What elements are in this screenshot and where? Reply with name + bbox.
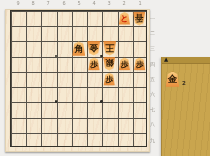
rank-label-6: 六 (150, 90, 160, 98)
rank-label-5: 五 (150, 75, 160, 83)
board-cell-8-7[interactable] (26, 102, 41, 117)
board-cell-3-1[interactable] (102, 10, 117, 25)
board-cell-4-7[interactable] (87, 102, 102, 117)
board-cell-1-3[interactable] (132, 41, 147, 56)
board-cell-7-2[interactable] (41, 26, 56, 41)
board-cell-3-8[interactable] (102, 117, 117, 132)
board-cell-7-7[interactable] (41, 102, 56, 117)
board-cell-2-7[interactable] (117, 102, 132, 117)
board-cell-1-5[interactable] (132, 71, 147, 86)
board-cell-5-5[interactable] (71, 71, 86, 86)
board-cells (10, 10, 147, 147)
board-cell-2-8[interactable] (117, 117, 132, 132)
board-cell-3-7[interactable] (102, 102, 117, 117)
board-cell-4-1[interactable] (87, 10, 102, 25)
board-cell-9-8[interactable] (10, 117, 25, 132)
sente-marker: ▲ (164, 57, 168, 63)
file-label-1: 1 (132, 0, 147, 8)
rank-label-2: 二 (150, 29, 160, 37)
file-label-7: 7 (41, 0, 56, 8)
board-cell-6-8[interactable] (56, 117, 71, 132)
board-cell-8-3[interactable] (26, 41, 41, 56)
board-cell-3-9[interactable] (102, 132, 117, 147)
board-cell-7-3[interactable] (41, 41, 56, 56)
shogi-diagram: 987654321 一二三四五六七八九 と香角金王歩銀歩歩歩 ▲ 金2 (0, 0, 210, 156)
board-cell-8-1[interactable] (26, 10, 41, 25)
board-cell-6-2[interactable] (56, 26, 71, 41)
board-cell-9-6[interactable] (10, 87, 25, 102)
board-cell-1-7[interactable] (132, 102, 147, 117)
board-cell-8-2[interactable] (26, 26, 41, 41)
board-cell-4-9[interactable] (87, 132, 102, 147)
rank-label-4: 四 (150, 60, 160, 68)
board-cell-5-6[interactable] (71, 87, 86, 102)
board-cell-9-3[interactable] (10, 41, 25, 56)
board-cell-3-2[interactable] (102, 26, 117, 41)
board-cell-8-5[interactable] (26, 71, 41, 86)
board-cell-5-2[interactable] (71, 26, 86, 41)
rank-label-3: 三 (150, 44, 160, 52)
board-cell-5-4[interactable] (71, 56, 86, 71)
board-cell-6-4[interactable] (56, 56, 71, 71)
board-cell-2-3[interactable] (117, 41, 132, 56)
board-cell-1-2[interactable] (132, 26, 147, 41)
rank-label-7: 七 (150, 105, 160, 113)
board-cell-9-9[interactable] (10, 132, 25, 147)
board-cell-9-7[interactable] (10, 102, 25, 117)
hand-piece-count: 2 (182, 80, 186, 86)
board-cell-9-1[interactable] (10, 10, 25, 25)
board-cell-4-8[interactable] (87, 117, 102, 132)
board-cell-6-5[interactable] (56, 71, 71, 86)
board-cell-5-1[interactable] (71, 10, 86, 25)
board-cell-5-8[interactable] (71, 117, 86, 132)
board-cell-8-8[interactable] (26, 117, 41, 132)
star-point (100, 100, 103, 103)
board-cell-6-9[interactable] (56, 132, 71, 147)
board-cell-7-8[interactable] (41, 117, 56, 132)
file-label-8: 8 (26, 0, 41, 8)
file-label-5: 5 (71, 0, 86, 8)
board-cell-1-6[interactable] (132, 87, 147, 102)
board-cell-6-6[interactable] (56, 87, 71, 102)
board-cell-9-5[interactable] (10, 71, 25, 86)
board-cell-2-2[interactable] (117, 26, 132, 41)
file-label-3: 3 (102, 0, 117, 8)
board-cell-6-7[interactable] (56, 102, 71, 117)
board-cell-7-6[interactable] (41, 87, 56, 102)
rank-label-8: 八 (150, 120, 160, 128)
board-cell-9-4[interactable] (10, 56, 25, 71)
board-cell-8-6[interactable] (26, 87, 41, 102)
file-label-4: 4 (87, 0, 102, 8)
board-cell-7-9[interactable] (41, 132, 56, 147)
rank-label-1: 一 (150, 14, 160, 22)
board-cell-6-1[interactable] (56, 10, 71, 25)
file-label-9: 9 (10, 0, 25, 8)
board-cell-7-5[interactable] (41, 71, 56, 86)
board-cell-2-9[interactable] (117, 132, 132, 147)
board-cell-1-8[interactable] (132, 117, 147, 132)
board-cell-7-1[interactable] (41, 10, 56, 25)
board-cell-8-4[interactable] (26, 56, 41, 71)
file-label-6: 6 (56, 0, 71, 8)
board-cell-9-2[interactable] (10, 26, 25, 41)
file-label-2: 2 (117, 0, 132, 8)
board-cell-2-6[interactable] (117, 87, 132, 102)
board-cell-5-9[interactable] (71, 132, 86, 147)
board-cell-4-2[interactable] (87, 26, 102, 41)
board-cell-4-5[interactable] (87, 71, 102, 86)
board-cell-7-4[interactable] (41, 56, 56, 71)
rank-label-9: 九 (150, 136, 160, 144)
komadai-top-strip: ▲ (162, 57, 210, 64)
board-cell-5-7[interactable] (71, 102, 86, 117)
board-cell-1-9[interactable] (132, 132, 147, 147)
board-cell-3-6[interactable] (102, 87, 117, 102)
board-cell-8-9[interactable] (26, 132, 41, 147)
board-cell-2-5[interactable] (117, 71, 132, 86)
board-cell-6-3[interactable] (56, 41, 71, 56)
komadai: ▲ (161, 57, 210, 156)
